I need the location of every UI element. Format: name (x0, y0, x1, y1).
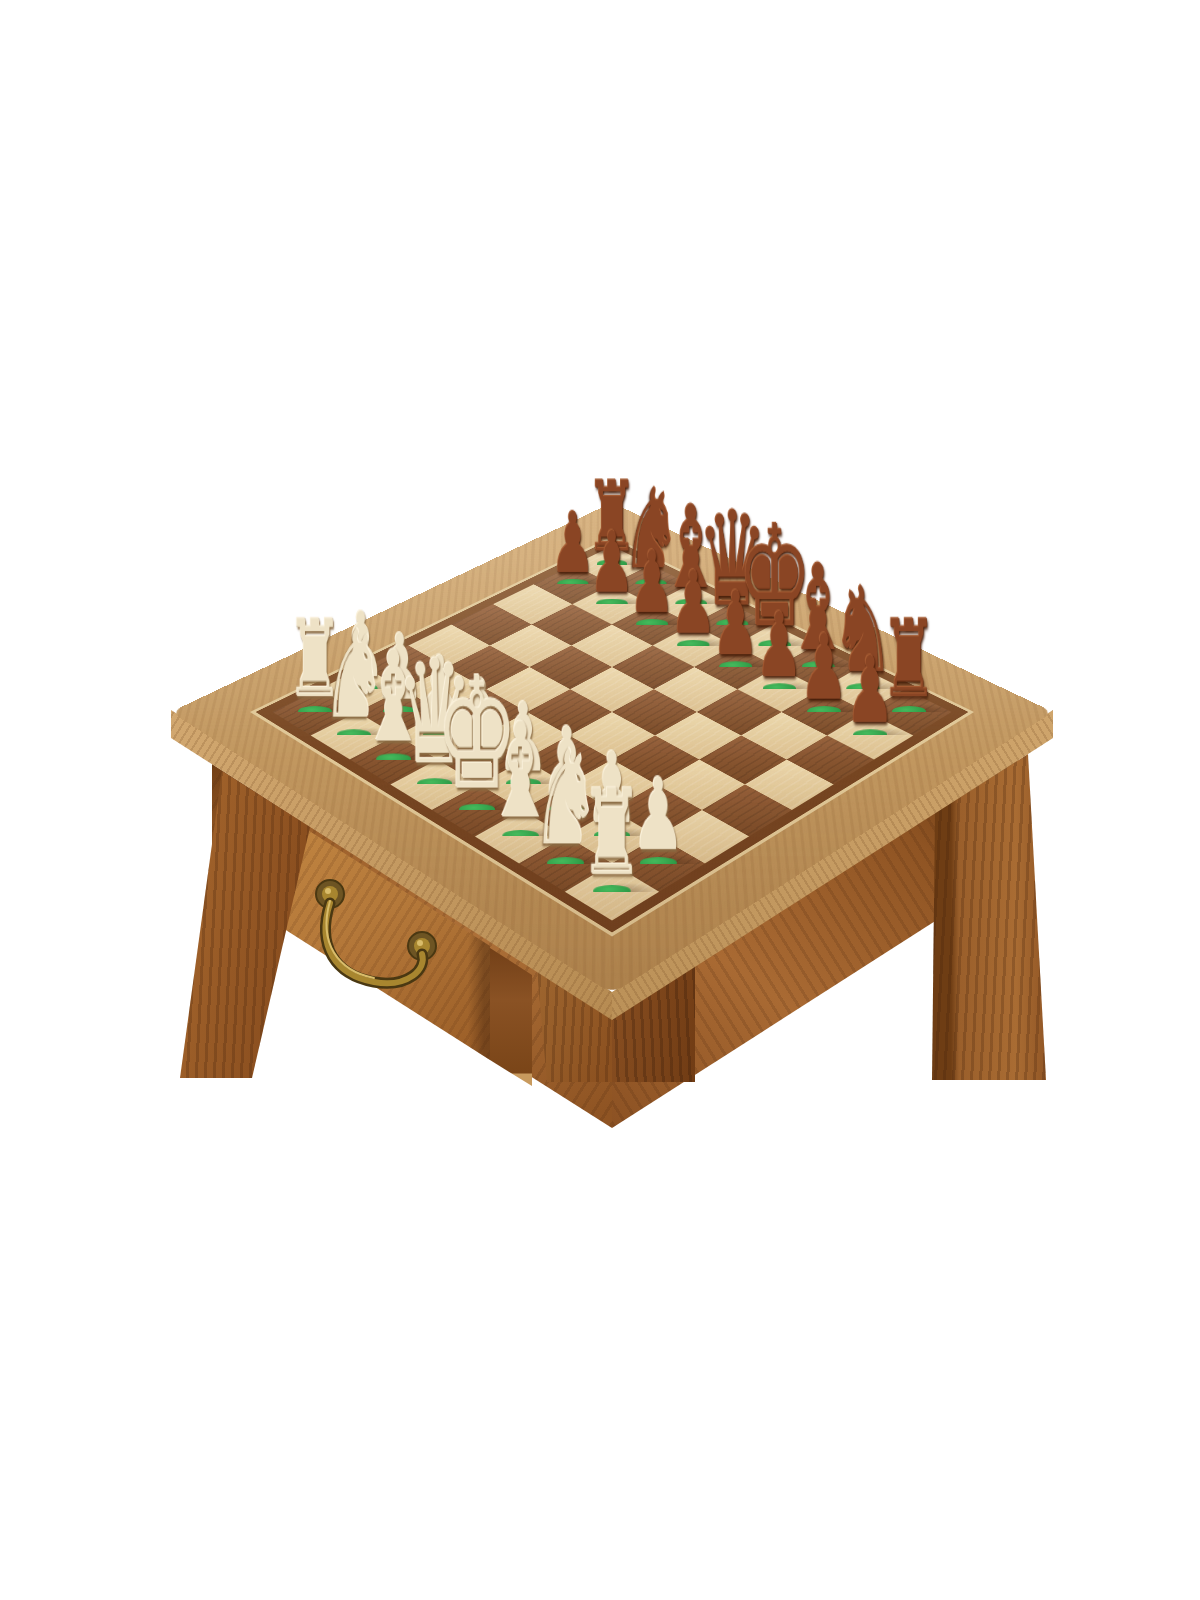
black-pawn-icon: ♟ (670, 559, 717, 646)
black-pawn-icon: ♟ (755, 600, 803, 690)
white-rook-icon: ♜ (580, 774, 644, 892)
black-pawn-icon: ♟ (629, 539, 675, 625)
black-pawn-icon: ♟ (800, 622, 849, 713)
chess-board: ♜♞♝♛♚♝♞♜♟♟♟♟♟♟♟♟♟♟♟♟♟♟♟♟♜♞♝♛♚♝♞♜ (273, 546, 952, 921)
table-top-oak-frame: ♜♞♝♛♚♝♞♜♟♟♟♟♟♟♟♟♟♟♟♟♟♟♟♟♜♞♝♛♚♝♞♜ (171, 503, 1053, 994)
black-pawn-icon: ♟ (712, 580, 760, 668)
chess-table-photo: ♜♞♝♛♚♝♞♜♟♟♟♟♟♟♟♟♟♟♟♟♟♟♟♟♜♞♝♛♚♝♞♜ (0, 0, 1200, 1600)
square-f6[interactable] (697, 689, 782, 735)
black-pawn-icon: ♟ (845, 644, 895, 736)
